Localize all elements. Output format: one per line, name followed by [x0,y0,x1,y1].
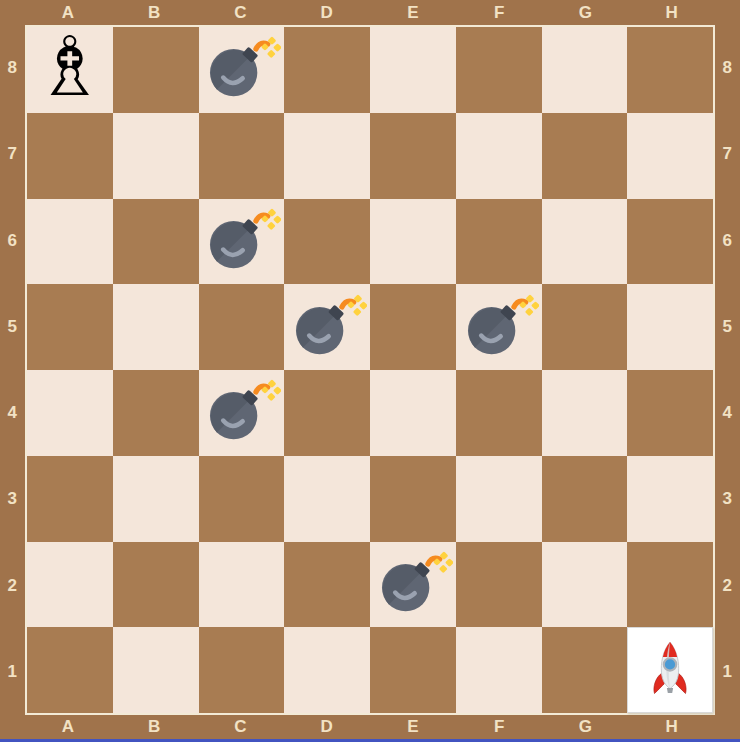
square-f3[interactable] [456,456,542,542]
rank-label-left-2: 2 [0,543,25,629]
rank-label-left-6: 6 [0,198,25,284]
square-d3[interactable] [284,456,370,542]
square-f5[interactable] [456,284,542,370]
square-c7[interactable] [199,113,285,199]
square-d4[interactable] [284,370,370,456]
square-f1[interactable] [456,627,542,713]
square-c8[interactable] [199,27,285,113]
square-e7[interactable] [370,113,456,199]
file-label-bottom-H: H [629,715,715,738]
square-b7[interactable] [113,113,199,199]
rank-label-right-5: 5 [715,284,740,370]
rank-label-right-7: 7 [715,111,740,197]
file-label-top-H: H [629,0,715,25]
file-label-bottom-E: E [370,715,456,738]
square-g6[interactable] [542,199,628,285]
square-d1[interactable] [284,627,370,713]
square-h4[interactable] [627,370,713,456]
file-label-bottom-F: F [456,715,542,738]
rank-labels-right: 87654321 [715,25,740,715]
square-h3[interactable] [627,456,713,542]
square-e2[interactable] [370,542,456,628]
square-d6[interactable] [284,199,370,285]
square-h7[interactable] [627,113,713,199]
bomb-icon [461,294,539,359]
white-bishop: ♗ [33,26,107,108]
rank-label-right-3: 3 [715,456,740,542]
square-g1[interactable] [542,627,628,713]
square-h2[interactable] [627,542,713,628]
square-f2[interactable] [456,542,542,628]
square-e3[interactable] [370,456,456,542]
file-label-bottom-A: A [25,715,111,738]
square-a7[interactable] [27,113,113,199]
bomb-icon [203,379,281,444]
file-labels-bottom: ABCDEFGH [25,715,715,738]
square-a6[interactable] [27,199,113,285]
rank-label-left-1: 1 [0,629,25,715]
square-b6[interactable] [113,199,199,285]
square-b4[interactable] [113,370,199,456]
square-b2[interactable] [113,542,199,628]
square-h6[interactable] [627,199,713,285]
square-a1[interactable] [27,627,113,713]
file-label-bottom-B: B [111,715,197,738]
bomb-icon [375,551,453,616]
file-label-top-G: G [543,0,629,25]
square-h8[interactable] [627,27,713,113]
bomb-icon [203,36,281,101]
file-label-bottom-G: G [543,715,629,738]
rank-label-left-8: 8 [0,25,25,111]
square-g2[interactable] [542,542,628,628]
square-g4[interactable] [542,370,628,456]
file-label-top-E: E [370,0,456,25]
file-label-top-F: F [456,0,542,25]
rank-label-right-8: 8 [715,25,740,111]
chess-app-window: ABCDEFGH 87654321 87654321 ABCDEFGH ♗ [0,0,740,742]
square-b3[interactable] [113,456,199,542]
file-label-bottom-C: C [198,715,284,738]
rank-label-right-6: 6 [715,198,740,284]
file-label-top-B: B [111,0,197,25]
square-e8[interactable] [370,27,456,113]
square-g5[interactable] [542,284,628,370]
rank-label-right-2: 2 [715,543,740,629]
chess-board: ♗ [25,25,715,715]
rank-label-left-5: 5 [0,284,25,370]
file-label-top-D: D [284,0,370,25]
rank-labels-left: 87654321 [0,25,25,715]
square-c3[interactable] [199,456,285,542]
rank-label-left-7: 7 [0,111,25,197]
square-c2[interactable] [199,542,285,628]
square-d8[interactable] [284,27,370,113]
square-h5[interactable] [627,284,713,370]
file-label-bottom-D: D [284,715,370,738]
square-g7[interactable] [542,113,628,199]
square-d5[interactable] [284,284,370,370]
rank-label-left-4: 4 [0,370,25,456]
rocket-icon [639,637,701,703]
square-a2[interactable] [27,542,113,628]
square-a3[interactable] [27,456,113,542]
bomb-icon [289,294,367,359]
rank-label-right-1: 1 [715,629,740,715]
square-a8[interactable]: ♗ [27,27,113,113]
square-f4[interactable] [456,370,542,456]
square-e1[interactable] [370,627,456,713]
square-h1[interactable] [627,627,713,713]
square-c6[interactable] [199,199,285,285]
square-d2[interactable] [284,542,370,628]
square-f6[interactable] [456,199,542,285]
square-b5[interactable] [113,284,199,370]
square-e6[interactable] [370,199,456,285]
square-c4[interactable] [199,370,285,456]
square-a5[interactable] [27,284,113,370]
square-a4[interactable] [27,370,113,456]
square-g8[interactable] [542,27,628,113]
bomb-icon [203,208,281,273]
square-b8[interactable] [113,27,199,113]
file-label-top-C: C [198,0,284,25]
square-c1[interactable] [199,627,285,713]
square-f8[interactable] [456,27,542,113]
rank-label-left-3: 3 [0,456,25,542]
square-c5[interactable] [199,284,285,370]
square-f7[interactable] [456,113,542,199]
square-e4[interactable] [370,370,456,456]
file-labels-top: ABCDEFGH [25,0,715,25]
square-b1[interactable] [113,627,199,713]
square-d7[interactable] [284,113,370,199]
square-g3[interactable] [542,456,628,542]
square-e5[interactable] [370,284,456,370]
rank-label-right-4: 4 [715,370,740,456]
